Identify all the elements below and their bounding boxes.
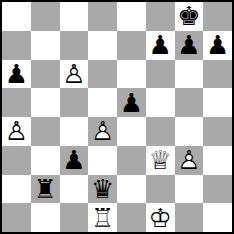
square-a7[interactable] bbox=[2, 31, 31, 60]
square-e1[interactable] bbox=[117, 203, 146, 232]
black-pawn-piece[interactable]: ♟ bbox=[146, 31, 175, 60]
square-b6[interactable] bbox=[31, 60, 60, 89]
square-a6[interactable]: ♟ bbox=[2, 60, 31, 89]
square-g8[interactable]: ♚ bbox=[175, 2, 204, 31]
square-g2[interactable] bbox=[175, 175, 204, 204]
square-g3[interactable]: ♟♙ bbox=[175, 146, 204, 175]
square-d6[interactable] bbox=[88, 60, 117, 89]
black-pawn-piece[interactable]: ♟ bbox=[175, 31, 204, 60]
square-g6[interactable] bbox=[175, 60, 204, 89]
square-g1[interactable] bbox=[175, 203, 204, 232]
square-g7[interactable]: ♟ bbox=[175, 31, 204, 60]
square-e6[interactable] bbox=[117, 60, 146, 89]
piece-outline-layer: ♕ bbox=[146, 146, 175, 175]
square-e7[interactable] bbox=[117, 31, 146, 60]
square-f4[interactable] bbox=[146, 117, 175, 146]
white-pawn-piece[interactable]: ♟♙ bbox=[2, 117, 31, 146]
piece-outline-layer: ♔ bbox=[146, 203, 175, 232]
square-h7[interactable]: ♟ bbox=[203, 31, 232, 60]
square-f1[interactable]: ♚♔ bbox=[146, 203, 175, 232]
square-g5[interactable] bbox=[175, 88, 204, 117]
square-f2[interactable] bbox=[146, 175, 175, 204]
square-a4[interactable]: ♟♙ bbox=[2, 117, 31, 146]
white-queen-piece[interactable]: ♛♕ bbox=[146, 146, 175, 175]
square-c1[interactable] bbox=[60, 203, 89, 232]
chess-board-frame: ♚♟♟♟♟♟♙♟♟♙♟♙♟♛♕♟♙♜♛♜♖♚♔ bbox=[0, 0, 234, 234]
white-pawn-piece[interactable]: ♟♙ bbox=[60, 60, 89, 89]
square-f5[interactable] bbox=[146, 88, 175, 117]
square-d2[interactable]: ♛ bbox=[88, 175, 117, 204]
square-h2[interactable] bbox=[203, 175, 232, 204]
square-h8[interactable] bbox=[203, 2, 232, 31]
square-e5[interactable]: ♟ bbox=[117, 88, 146, 117]
square-a1[interactable] bbox=[2, 203, 31, 232]
square-f8[interactable] bbox=[146, 2, 175, 31]
square-e4[interactable] bbox=[117, 117, 146, 146]
square-f3[interactable]: ♛♕ bbox=[146, 146, 175, 175]
square-d4[interactable]: ♟♙ bbox=[88, 117, 117, 146]
white-pawn-piece[interactable]: ♟♙ bbox=[88, 117, 117, 146]
black-king-piece[interactable]: ♚ bbox=[175, 2, 204, 31]
square-a2[interactable] bbox=[2, 175, 31, 204]
square-g4[interactable] bbox=[175, 117, 204, 146]
square-c4[interactable] bbox=[60, 117, 89, 146]
square-d1[interactable]: ♜♖ bbox=[88, 203, 117, 232]
black-pawn-piece[interactable]: ♟ bbox=[60, 146, 89, 175]
square-h5[interactable] bbox=[203, 88, 232, 117]
black-pawn-piece[interactable]: ♟ bbox=[2, 60, 31, 89]
square-h4[interactable] bbox=[203, 117, 232, 146]
square-a8[interactable] bbox=[2, 2, 31, 31]
piece-outline-layer: ♙ bbox=[175, 146, 204, 175]
square-f7[interactable]: ♟ bbox=[146, 31, 175, 60]
square-c6[interactable]: ♟♙ bbox=[60, 60, 89, 89]
square-b4[interactable] bbox=[31, 117, 60, 146]
square-e8[interactable] bbox=[117, 2, 146, 31]
square-b8[interactable] bbox=[31, 2, 60, 31]
square-f6[interactable] bbox=[146, 60, 175, 89]
square-d5[interactable] bbox=[88, 88, 117, 117]
square-c7[interactable] bbox=[60, 31, 89, 60]
square-d7[interactable] bbox=[88, 31, 117, 60]
square-c5[interactable] bbox=[60, 88, 89, 117]
square-h3[interactable] bbox=[203, 146, 232, 175]
square-b7[interactable] bbox=[31, 31, 60, 60]
white-rook-piece[interactable]: ♜♖ bbox=[88, 203, 117, 232]
black-pawn-piece[interactable]: ♟ bbox=[203, 31, 232, 60]
square-b2[interactable]: ♜ bbox=[31, 175, 60, 204]
black-pawn-piece[interactable]: ♟ bbox=[117, 88, 146, 117]
square-b5[interactable] bbox=[31, 88, 60, 117]
square-h6[interactable] bbox=[203, 60, 232, 89]
piece-outline-layer: ♙ bbox=[60, 60, 89, 89]
square-d3[interactable] bbox=[88, 146, 117, 175]
square-a5[interactable] bbox=[2, 88, 31, 117]
piece-outline-layer: ♙ bbox=[2, 117, 31, 146]
piece-outline-layer: ♖ bbox=[88, 203, 117, 232]
square-h1[interactable] bbox=[203, 203, 232, 232]
square-c8[interactable] bbox=[60, 2, 89, 31]
square-b3[interactable] bbox=[31, 146, 60, 175]
square-e2[interactable] bbox=[117, 175, 146, 204]
white-pawn-piece[interactable]: ♟♙ bbox=[175, 146, 204, 175]
square-c3[interactable]: ♟ bbox=[60, 146, 89, 175]
square-d8[interactable] bbox=[88, 2, 117, 31]
black-queen-piece[interactable]: ♛ bbox=[88, 175, 117, 204]
black-rook-piece[interactable]: ♜ bbox=[31, 175, 60, 204]
square-b1[interactable] bbox=[31, 203, 60, 232]
square-c2[interactable] bbox=[60, 175, 89, 204]
chess-board: ♚♟♟♟♟♟♙♟♟♙♟♙♟♛♕♟♙♜♛♜♖♚♔ bbox=[2, 2, 232, 232]
piece-outline-layer: ♙ bbox=[88, 117, 117, 146]
square-a3[interactable] bbox=[2, 146, 31, 175]
white-king-piece[interactable]: ♚♔ bbox=[146, 203, 175, 232]
square-e3[interactable] bbox=[117, 146, 146, 175]
